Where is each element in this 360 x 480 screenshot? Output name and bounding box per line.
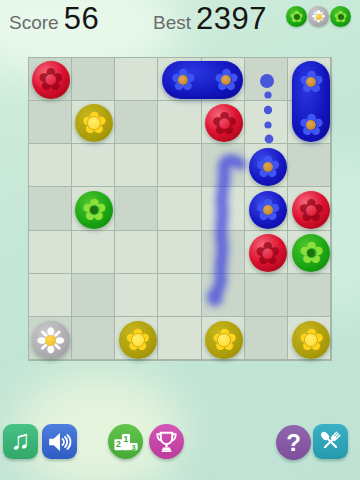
white-flower-piece[interactable]: ❉ <box>32 321 70 359</box>
cell-r0c2[interactable] <box>115 58 158 101</box>
blue-flower-center <box>178 75 188 85</box>
podium-digit-3: 3 <box>131 442 135 451</box>
music-button[interactable]: ♫ <box>3 424 38 459</box>
game-screen: Score 56 Best 2397 ✿❉✿ ✿✿✿✿✿✿✿✿✿✿✿✿✿❉✿✿✿… <box>0 0 360 480</box>
trophy-icon <box>154 429 179 454</box>
cell-r6c1[interactable] <box>72 317 115 360</box>
cell-r5c6[interactable] <box>288 274 331 317</box>
cell-r4c1[interactable] <box>72 231 115 274</box>
score-label: Score <box>9 12 59 34</box>
next-flower-green: ✿ <box>330 6 351 27</box>
music-note-icon: ♫ <box>10 427 30 454</box>
podium-123-icon: 2 1 3 <box>113 429 139 455</box>
cell-r6c5[interactable] <box>245 317 288 360</box>
speaker-icon <box>47 429 73 455</box>
best-score-display: Best 2397 <box>153 1 267 37</box>
podium-digit-1: 1 <box>123 433 128 443</box>
next-flower-white: ❉ <box>308 6 329 27</box>
yellow-flower-piece[interactable]: ✿ <box>119 321 157 359</box>
red-flower-glyph: ✿ <box>298 195 324 226</box>
cell-r6c3[interactable] <box>158 317 201 360</box>
game-board[interactable]: ✿✿✿✿✿✿✿✿✿✿✿✿✿❉✿✿✿ <box>28 57 332 361</box>
best-value: 2397 <box>196 1 267 37</box>
score-display: Score 56 <box>9 1 99 37</box>
trophy-button[interactable] <box>149 424 184 459</box>
green-flower-piece[interactable]: ✿ <box>75 191 113 229</box>
blue-flower-center <box>263 205 273 215</box>
best-label: Best <box>153 12 191 34</box>
green-flower-center <box>294 14 300 20</box>
cell-r4c3[interactable] <box>158 231 201 274</box>
blue-flower-center <box>306 77 316 87</box>
red-flower-glyph: ✿ <box>211 108 237 139</box>
cell-r2c6[interactable] <box>288 144 331 187</box>
cell-r2c0[interactable] <box>29 144 72 187</box>
blue-capsule-flower: ✿ <box>207 61 245 99</box>
white-flower-center <box>316 14 322 20</box>
cell-r0c1[interactable] <box>72 58 115 101</box>
cell-r5c3[interactable] <box>158 274 201 317</box>
podium-digit-2: 2 <box>116 438 121 448</box>
blue-capsule-flower: ✿ <box>164 61 202 99</box>
cell-r1c2[interactable] <box>115 101 158 144</box>
cell-r3c0[interactable] <box>29 187 72 230</box>
cell-r5c1[interactable] <box>72 274 115 317</box>
cell-r5c2[interactable] <box>115 274 158 317</box>
food-button[interactable] <box>313 424 348 459</box>
cell-r5c5[interactable] <box>245 274 288 317</box>
cell-r5c4[interactable] <box>202 274 245 317</box>
red-flower-glyph: ✿ <box>255 238 281 269</box>
next-flowers-preview: ✿❉✿ <box>286 6 351 27</box>
blue-flower-piece[interactable]: ✿ <box>249 191 287 229</box>
cell-r2c4[interactable] <box>202 144 245 187</box>
white-flower-center <box>45 335 56 346</box>
cell-r0c5[interactable] <box>245 58 288 101</box>
spoon-fork-crossed-icon <box>317 428 344 455</box>
cell-r3c4[interactable] <box>202 187 245 230</box>
help-button[interactable]: ? <box>276 425 311 460</box>
blue-flower-piece[interactable]: ✿ <box>249 148 287 186</box>
blue-capsule[interactable]: ✿✿ <box>162 61 243 99</box>
cell-r4c4[interactable] <box>202 231 245 274</box>
green-flower-center <box>338 14 344 20</box>
cell-r4c2[interactable] <box>115 231 158 274</box>
cell-r2c2[interactable] <box>115 144 158 187</box>
cell-r1c5[interactable] <box>245 101 288 144</box>
cell-r1c0[interactable] <box>29 101 72 144</box>
ranking-button[interactable]: 2 1 3 <box>108 424 143 459</box>
cell-r3c3[interactable] <box>158 187 201 230</box>
sound-button[interactable] <box>42 424 77 459</box>
blue-flower-center <box>263 162 273 172</box>
cell-r3c2[interactable] <box>115 187 158 230</box>
cell-r4c0[interactable] <box>29 231 72 274</box>
yellow-flower-center <box>132 334 144 346</box>
cell-r1c3[interactable] <box>158 101 201 144</box>
next-flower-green: ✿ <box>286 6 307 27</box>
blue-capsule-flower: ✿ <box>292 106 330 144</box>
question-mark-icon: ? <box>286 431 301 455</box>
blue-capsule-flower: ✿ <box>292 63 330 101</box>
cell-r2c1[interactable] <box>72 144 115 187</box>
cell-r5c0[interactable] <box>29 274 72 317</box>
blue-capsule[interactable]: ✿✿ <box>292 61 330 142</box>
red-flower-piece[interactable]: ✿ <box>32 61 70 99</box>
score-value: 56 <box>64 1 99 37</box>
cell-r2c3[interactable] <box>158 144 201 187</box>
red-flower-glyph: ✿ <box>38 64 64 95</box>
